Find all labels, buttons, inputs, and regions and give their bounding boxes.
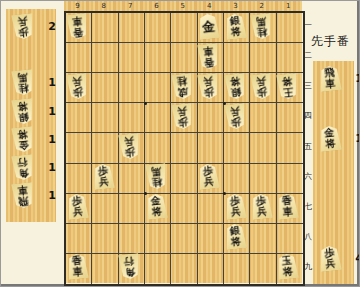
piece-kanji: 角	[18, 167, 29, 178]
hand-count: 1	[355, 72, 360, 85]
piece-hand-歩兵[interactable]: 歩兵	[318, 245, 342, 272]
board-cell-6八	[145, 224, 171, 254]
piece-kanji: 馬	[255, 15, 266, 26]
piece-kanji: 兵	[17, 16, 28, 27]
board-cell-7四	[119, 103, 145, 133]
hand-slot-飛車: 飛車1	[10, 182, 56, 210]
board-cell-3九	[224, 254, 250, 284]
piece-kanji: 兵	[255, 75, 266, 86]
column-label-1: 1	[275, 2, 301, 10]
board-cell-6四	[145, 103, 171, 133]
board-cell-1一	[277, 13, 303, 43]
piece-hand-金将[interactable]: 金将	[11, 126, 35, 153]
piece-kanji: 歩	[204, 86, 215, 97]
piece-kanji: 歩	[230, 116, 241, 127]
piece-kanji: 車	[71, 15, 82, 26]
piece-kanji: 将	[230, 26, 241, 37]
turn-indicator: 先手番	[311, 33, 359, 50]
piece-kanji: 兵	[229, 105, 240, 116]
board-cell-6二	[145, 43, 171, 73]
piece-kanji: 金	[18, 139, 29, 150]
column-label-5: 5	[170, 2, 196, 10]
board-cell-8七	[92, 194, 118, 224]
board-cell-7六	[119, 164, 145, 194]
piece-hand-桂馬[interactable]: 桂馬	[11, 69, 35, 96]
board-cell-7二	[119, 43, 145, 73]
board-cell-4九	[198, 254, 224, 284]
column-label-4: 4	[196, 2, 222, 10]
piece-kanji: 将	[151, 206, 162, 217]
piece-kanji: 将	[17, 128, 28, 139]
board-cell-1四	[277, 103, 303, 133]
board-cell-8三	[92, 73, 118, 103]
piece-kanji: 将	[282, 75, 293, 86]
row-label-2: 二	[303, 51, 313, 60]
hoshi-dot	[223, 192, 226, 195]
board-cell-9五	[66, 133, 92, 163]
hand-slot-歩兵: 歩兵4	[317, 245, 360, 273]
piece-hand-銀将[interactable]: 銀将	[11, 98, 35, 125]
piece-kanji: 行	[124, 256, 135, 267]
board-cell-5九	[171, 254, 197, 284]
board-cell-7一	[119, 13, 145, 43]
board-cell-3六	[224, 164, 250, 194]
piece-kanji: 将	[325, 138, 336, 149]
board-cell-4五	[198, 133, 224, 163]
piece-kanji: 車	[325, 78, 336, 89]
piece-kanji: 将	[230, 236, 241, 247]
row-label-7: 七	[303, 202, 313, 211]
board-cell-8四	[92, 103, 118, 133]
board-cell-3二	[224, 43, 250, 73]
board-cell-2九	[250, 254, 276, 284]
hand-count: 1	[48, 133, 56, 146]
board-cell-8二	[92, 43, 118, 73]
board-cell-1六	[277, 164, 303, 194]
piece-kanji: 馬	[150, 166, 161, 177]
board-cell-2六	[250, 164, 276, 194]
piece-kanji: 車	[72, 266, 83, 277]
piece-kanji: 金	[202, 19, 216, 33]
piece-kanji: 銀	[230, 86, 241, 97]
piece-kanji: 兵	[99, 176, 110, 187]
sente-hand-tray: 飛車1金将1歩兵4	[313, 61, 354, 284]
row-label-8: 八	[303, 232, 313, 241]
board-cell-2五	[250, 133, 276, 163]
piece-kanji: 歩	[72, 86, 83, 97]
board-cell-5五	[171, 133, 197, 163]
piece-hand-飛車[interactable]: 飛車	[11, 182, 35, 209]
hoshi-dot	[144, 102, 147, 105]
piece-kanji: 歩	[178, 116, 189, 127]
board-cell-4七	[198, 194, 224, 224]
board-cell-3五	[224, 133, 250, 163]
piece-kanji: 歩	[125, 146, 136, 157]
board-cell-5六	[171, 164, 197, 194]
board-cell-8九	[92, 254, 118, 284]
row-label-4: 四	[303, 111, 313, 120]
piece-kanji: 車	[203, 45, 214, 56]
board-cell-6三	[145, 73, 171, 103]
piece-kanji: 兵	[71, 75, 82, 86]
shogi-board	[64, 11, 305, 286]
hand-slot-金将: 金将1	[317, 125, 360, 153]
hand-slot-桂馬: 桂馬1	[10, 69, 56, 97]
board-cell-5二	[171, 43, 197, 73]
column-label-3: 3	[223, 2, 249, 10]
column-label-7: 7	[117, 2, 143, 10]
piece-kanji: 成	[178, 86, 189, 97]
piece-hand-角行[interactable]: 角行	[11, 154, 35, 181]
hand-count: 2	[48, 20, 56, 33]
hand-count: 4	[355, 252, 360, 265]
board-cell-6九	[145, 254, 171, 284]
board-cell-9八	[66, 224, 92, 254]
hoshi-dot	[223, 102, 226, 105]
hand-count: 1	[48, 189, 56, 202]
board-cell-2八	[250, 224, 276, 254]
board-cell-9六	[66, 164, 92, 194]
piece-kanji: 兵	[325, 258, 336, 269]
board-cell-8八	[92, 224, 118, 254]
hand-slot-飛車: 飛車1	[317, 65, 360, 93]
board-cell-6一	[145, 13, 171, 43]
hand-slot-金将: 金将1	[10, 126, 56, 154]
column-label-8: 8	[91, 2, 117, 10]
piece-kanji: 王	[283, 86, 294, 97]
board-cell-1二	[277, 43, 303, 73]
board-cell-4八	[198, 224, 224, 254]
hand-slot-銀将: 銀将1	[10, 98, 56, 126]
column-labels: 987654321	[64, 1, 302, 11]
piece-kanji: 車	[17, 185, 28, 196]
piece-kanji: 飛	[18, 195, 29, 206]
piece-kanji: 桂	[18, 82, 29, 93]
piece-kanji: 兵	[257, 206, 268, 217]
hand-count: 1	[48, 76, 56, 89]
board-cell-2四	[250, 103, 276, 133]
board-cell-9四	[66, 103, 92, 133]
piece-kanji: 兵	[176, 105, 187, 116]
board-cell-1五	[277, 133, 303, 163]
piece-kanji: 兵	[124, 136, 135, 147]
piece-kanji: 将	[17, 100, 28, 111]
piece-kanji: 兵	[72, 206, 83, 217]
gote-hand-tray: 歩兵2桂馬1銀将1金将1角行1飛車1	[6, 9, 56, 222]
piece-kanji: 桂	[176, 75, 187, 86]
piece-hand-飛車[interactable]: 飛車	[318, 65, 342, 92]
piece-hand-歩兵[interactable]: 歩兵	[11, 13, 35, 40]
piece-kanji: 兵	[230, 206, 241, 217]
piece-kanji: 兵	[204, 176, 215, 187]
hand-count: 1	[48, 105, 56, 118]
board-cell-5七	[171, 194, 197, 224]
board-cell-4四	[198, 103, 224, 133]
piece-kanji: 兵	[203, 75, 214, 86]
board-cell-7三	[119, 73, 145, 103]
board-cell-1八	[277, 224, 303, 254]
piece-kanji: 桂	[151, 176, 162, 187]
row-label-1: 一	[303, 21, 313, 30]
column-label-6: 6	[144, 2, 170, 10]
board-cell-5八	[171, 224, 197, 254]
board-cell-7八	[119, 224, 145, 254]
piece-kanji: 馬	[17, 72, 28, 83]
piece-kanji: 将	[283, 266, 294, 277]
board-cell-5一	[171, 13, 197, 43]
hand-count: 1	[48, 161, 56, 174]
column-label-2: 2	[249, 2, 275, 10]
board-cell-7七	[119, 194, 145, 224]
hoshi-dot	[144, 192, 147, 195]
hand-count: 1	[355, 132, 360, 145]
board-cell-6五	[145, 133, 171, 163]
piece-kanji: 角	[125, 266, 136, 277]
column-label-9: 9	[65, 2, 91, 10]
row-label-3: 三	[303, 81, 313, 90]
hand-slot-角行: 角行1	[10, 154, 56, 182]
board-cell-8一	[92, 13, 118, 43]
piece-kanji: 将	[229, 75, 240, 86]
row-label-9: 九	[303, 262, 313, 271]
row-label-6: 六	[303, 172, 313, 181]
hand-slot-歩兵: 歩兵2	[10, 13, 56, 41]
board-cell-2二	[250, 43, 276, 73]
row-label-5: 五	[303, 142, 313, 151]
board-cell-8五	[92, 133, 118, 163]
piece-kanji: 車	[283, 206, 294, 217]
board-cell-9二	[66, 43, 92, 73]
piece-kanji: 行	[17, 157, 28, 168]
board-area: 987654321 香車金銀将桂馬香車歩兵成桂歩兵銀将歩兵王将歩兵歩兵歩兵歩兵桂…	[64, 1, 302, 283]
piece-kanji: 歩	[257, 86, 268, 97]
shogi-app-window: 歩兵2桂馬1銀将1金将1角行1飛車1 987654321 香車金銀将桂馬香車歩兵…	[0, 0, 360, 287]
piece-hand-金将[interactable]: 金将	[318, 125, 342, 152]
row-labels: 一二三四五六七八九	[303, 11, 313, 282]
piece-kanji: 歩	[18, 26, 29, 37]
piece-kanji: 香	[204, 56, 215, 67]
